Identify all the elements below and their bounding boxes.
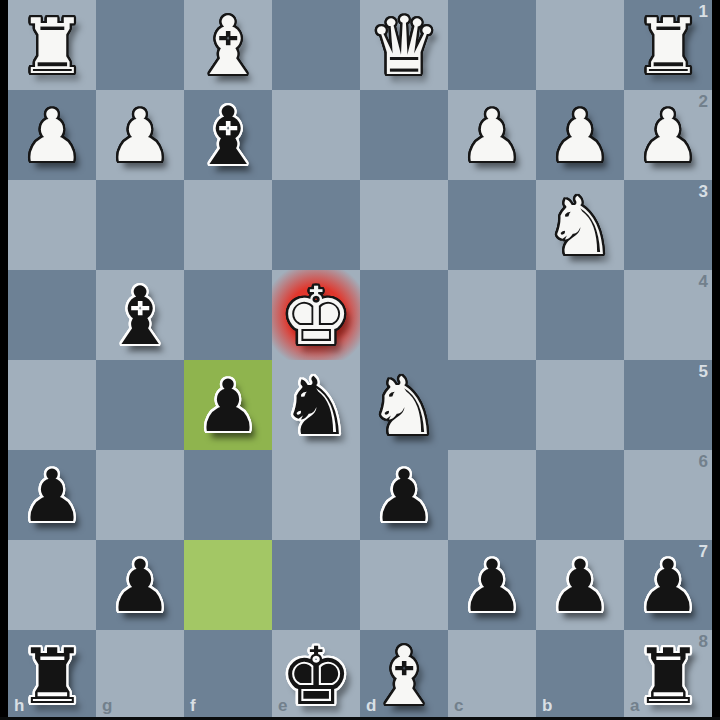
square-e7[interactable] <box>272 540 360 630</box>
square-f1[interactable]: ♝ <box>184 0 272 90</box>
square-h2[interactable]: ♟ <box>8 90 96 180</box>
square-e2[interactable] <box>272 90 360 180</box>
file-label-f: f <box>190 697 196 714</box>
square-a3[interactable]: 3 <box>624 180 712 270</box>
square-g2[interactable]: ♟ <box>96 90 184 180</box>
file-label-d: d <box>366 697 376 714</box>
square-h3[interactable] <box>8 180 96 270</box>
piece-black-pawn[interactable]: ♟ <box>360 450 448 540</box>
piece-black-bishop[interactable]: ♝ <box>184 90 272 180</box>
square-g5[interactable] <box>96 360 184 450</box>
square-e8[interactable]: ♚e <box>272 630 360 720</box>
square-a7[interactable]: ♟7 <box>624 540 712 630</box>
file-label-b: b <box>542 697 552 714</box>
square-f5-lastmove-highlight[interactable]: ♟ <box>184 360 272 450</box>
square-d6[interactable]: ♟ <box>360 450 448 540</box>
square-g6[interactable] <box>96 450 184 540</box>
square-h1[interactable]: ♜ <box>8 0 96 90</box>
piece-black-bishop[interactable]: ♝ <box>96 270 184 360</box>
square-a5[interactable]: 5 <box>624 360 712 450</box>
piece-black-pawn[interactable]: ♟ <box>448 540 536 630</box>
square-d1[interactable]: ♛ <box>360 0 448 90</box>
square-c1[interactable] <box>448 0 536 90</box>
piece-black-pawn[interactable]: ♟ <box>184 360 272 450</box>
square-g8[interactable]: g <box>96 630 184 720</box>
square-c8[interactable]: c <box>448 630 536 720</box>
square-e4[interactable]: ♚ <box>272 270 360 360</box>
square-h4[interactable] <box>8 270 96 360</box>
rank-label-4: 4 <box>699 273 708 290</box>
square-f2[interactable]: ♝ <box>184 90 272 180</box>
letterbox-right <box>712 0 720 720</box>
rank-label-2: 2 <box>699 93 708 110</box>
square-e1[interactable] <box>272 0 360 90</box>
file-label-a: a <box>630 697 639 714</box>
piece-white-knight[interactable]: ♞ <box>360 360 448 450</box>
piece-white-rook[interactable]: ♜ <box>8 0 96 90</box>
square-g3[interactable] <box>96 180 184 270</box>
square-h5[interactable] <box>8 360 96 450</box>
square-b2[interactable]: ♟ <box>536 90 624 180</box>
square-h7[interactable] <box>8 540 96 630</box>
square-f6[interactable] <box>184 450 272 540</box>
square-b1[interactable] <box>536 0 624 90</box>
square-a2[interactable]: ♟2 <box>624 90 712 180</box>
piece-white-king[interactable]: ♚ <box>272 270 360 360</box>
piece-black-pawn[interactable]: ♟ <box>8 450 96 540</box>
piece-black-knight[interactable]: ♞ <box>272 360 360 450</box>
square-e6[interactable] <box>272 450 360 540</box>
file-label-h: h <box>14 697 24 714</box>
square-b5[interactable] <box>536 360 624 450</box>
piece-white-pawn[interactable]: ♟ <box>536 90 624 180</box>
square-d2[interactable] <box>360 90 448 180</box>
square-f7-lastmove-highlight[interactable] <box>184 540 272 630</box>
square-a1[interactable]: ♜1 <box>624 0 712 90</box>
square-b7[interactable]: ♟ <box>536 540 624 630</box>
piece-white-pawn[interactable]: ♟ <box>8 90 96 180</box>
square-b6[interactable] <box>536 450 624 540</box>
piece-black-pawn[interactable]: ♟ <box>96 540 184 630</box>
square-f4[interactable] <box>184 270 272 360</box>
square-h8[interactable]: ♜h <box>8 630 96 720</box>
rank-label-6: 6 <box>699 453 708 470</box>
rank-label-1: 1 <box>699 3 708 20</box>
square-e3[interactable] <box>272 180 360 270</box>
square-a4[interactable]: 4 <box>624 270 712 360</box>
file-label-g: g <box>102 697 112 714</box>
file-label-e: e <box>278 697 287 714</box>
square-d4[interactable] <box>360 270 448 360</box>
square-g7[interactable]: ♟ <box>96 540 184 630</box>
rank-label-8: 8 <box>699 633 708 650</box>
square-c6[interactable] <box>448 450 536 540</box>
square-b8[interactable]: b <box>536 630 624 720</box>
rank-label-5: 5 <box>699 363 708 380</box>
piece-white-knight[interactable]: ♞ <box>536 180 624 270</box>
square-g4[interactable]: ♝ <box>96 270 184 360</box>
square-d3[interactable] <box>360 180 448 270</box>
square-d8[interactable]: ♝d <box>360 630 448 720</box>
square-a8[interactable]: ♜8a <box>624 630 712 720</box>
square-g1[interactable] <box>96 0 184 90</box>
piece-black-pawn[interactable]: ♟ <box>536 540 624 630</box>
square-d7[interactable] <box>360 540 448 630</box>
piece-white-pawn[interactable]: ♟ <box>448 90 536 180</box>
square-b3[interactable]: ♞ <box>536 180 624 270</box>
square-b4[interactable] <box>536 270 624 360</box>
piece-white-queen[interactable]: ♛ <box>360 0 448 90</box>
square-d5[interactable]: ♞ <box>360 360 448 450</box>
file-label-c: c <box>454 697 463 714</box>
piece-white-pawn[interactable]: ♟ <box>96 90 184 180</box>
letterbox-left <box>0 0 8 720</box>
square-h6[interactable]: ♟ <box>8 450 96 540</box>
square-c4[interactable] <box>448 270 536 360</box>
square-e5[interactable]: ♞ <box>272 360 360 450</box>
chess-board: ♜♝♛♜1♟♟♝♟♟♟2♞3♝♚4♟♞♞5♟♟6♟♟♟♟7♜hgf♚e♝dcb♜… <box>8 0 712 720</box>
piece-white-bishop[interactable]: ♝ <box>184 0 272 90</box>
square-c2[interactable]: ♟ <box>448 90 536 180</box>
square-f3[interactable] <box>184 180 272 270</box>
rank-label-7: 7 <box>699 543 708 560</box>
chess-app-screen: ♜♝♛♜1♟♟♝♟♟♟2♞3♝♚4♟♞♞5♟♟6♟♟♟♟7♜hgf♚e♝dcb♜… <box>0 0 720 720</box>
square-f8[interactable]: f <box>184 630 272 720</box>
square-c5[interactable] <box>448 360 536 450</box>
rank-label-3: 3 <box>699 183 708 200</box>
square-c3[interactable] <box>448 180 536 270</box>
square-a6[interactable]: 6 <box>624 450 712 540</box>
square-c7[interactable]: ♟ <box>448 540 536 630</box>
